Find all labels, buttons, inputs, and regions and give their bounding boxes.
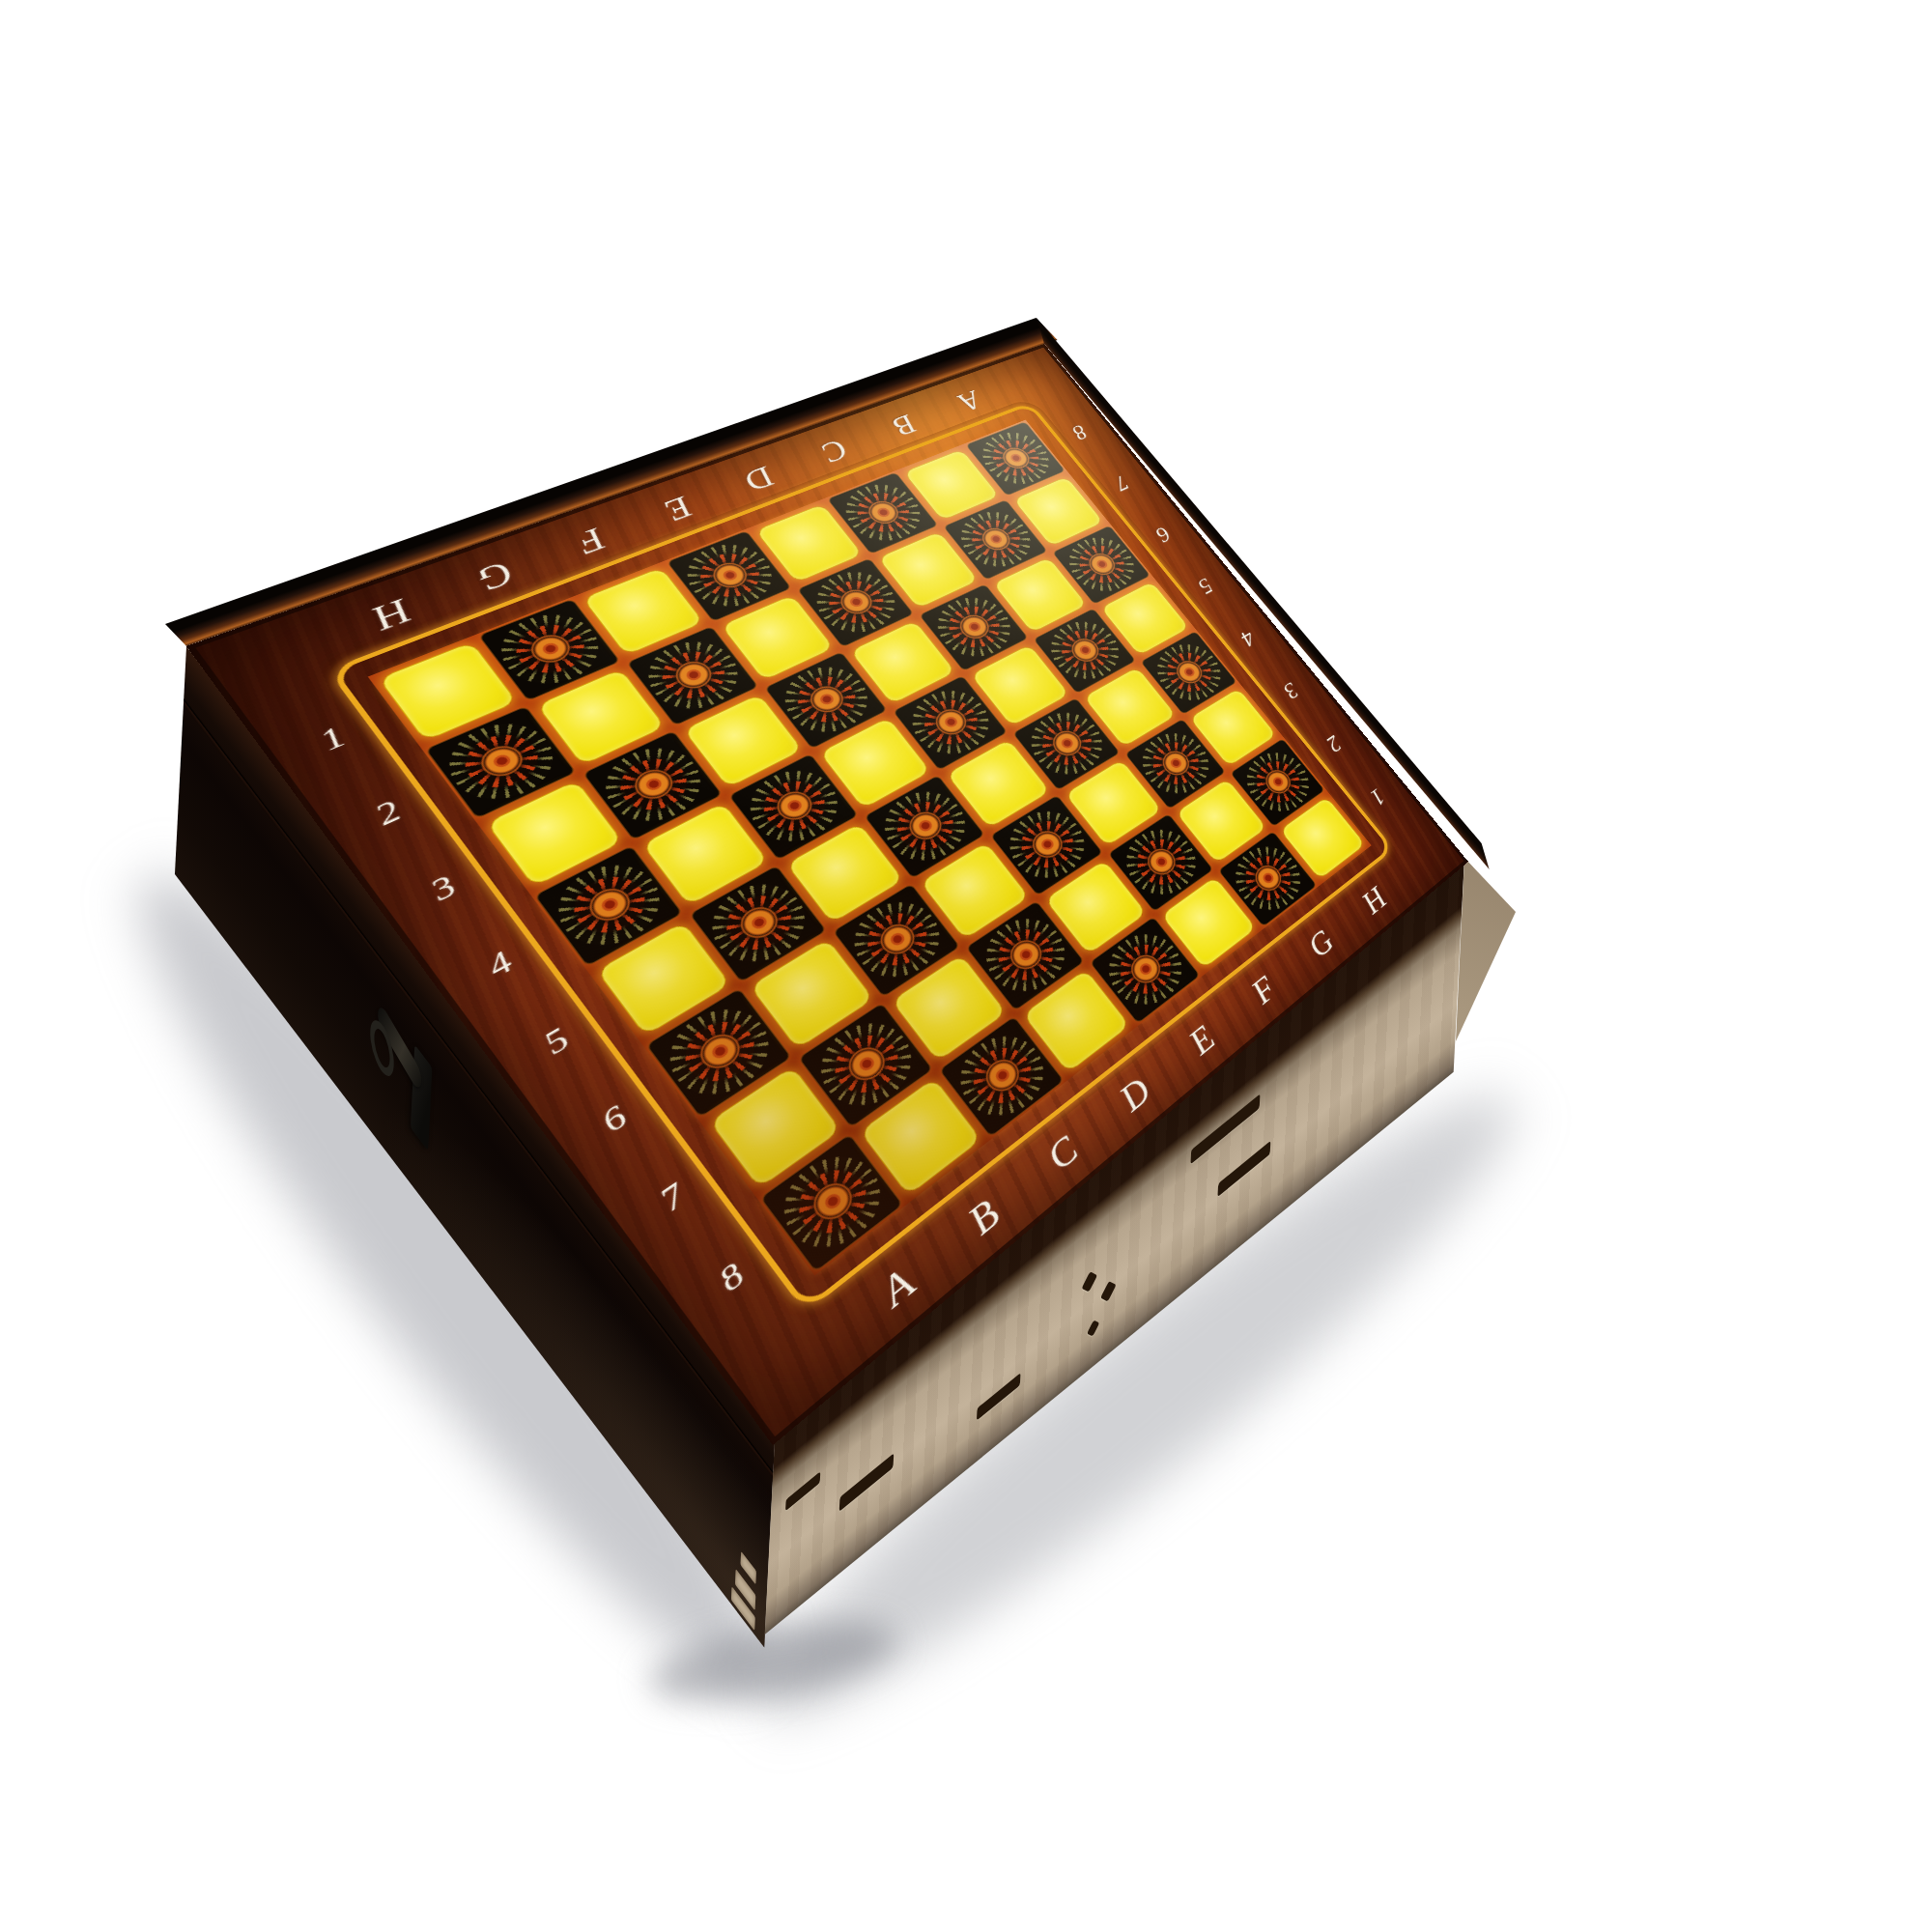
rank-label-left-8: 8 [711, 1255, 752, 1298]
rank-label-left-1: 1 [312, 720, 354, 756]
vent-slot [1217, 1141, 1270, 1197]
vent-slot [839, 1453, 895, 1512]
vent-slot [1190, 1094, 1260, 1164]
rank-label-right-4: 4 [1236, 625, 1261, 650]
file-label-top-E: E [656, 490, 700, 527]
file-label-top-D: D [736, 461, 782, 497]
rank-label-left-3: 3 [422, 868, 463, 907]
rank-label-left-4: 4 [479, 944, 520, 983]
file-label-bottom-H: H [1355, 881, 1393, 921]
file-label-top-H: H [362, 592, 421, 639]
file-label-bottom-A: A [871, 1260, 923, 1316]
rank-label-right-7: 7 [1108, 471, 1134, 496]
rank-label-left-7: 7 [652, 1176, 693, 1218]
file-label-top-G: G [468, 554, 523, 598]
rank-label-right-2: 2 [1321, 730, 1347, 756]
rank-label-right-8: 8 [1066, 420, 1093, 443]
rank-label-right-1: 1 [1365, 783, 1390, 810]
file-label-bottom-D: D [1112, 1070, 1158, 1120]
vent-slot [977, 1373, 1021, 1421]
rank-label-right-3: 3 [1278, 678, 1303, 704]
rank-label-right-5: 5 [1192, 574, 1217, 599]
rank-label-right-6: 6 [1151, 522, 1177, 546]
file-label-bottom-C: C [1038, 1128, 1086, 1179]
rank-label-left-2: 2 [367, 794, 408, 832]
file-label-top-C: C [813, 434, 856, 469]
diamond-hole [1100, 1281, 1116, 1301]
rank-label-left-6: 6 [593, 1097, 634, 1139]
file-label-bottom-B: B [959, 1191, 1008, 1244]
file-label-top-B: B [886, 409, 924, 441]
diamond-hole [1087, 1321, 1099, 1337]
diamond-hole [1082, 1271, 1097, 1292]
file-label-top-A: A [952, 385, 988, 416]
rank-label-left-5: 5 [536, 1020, 577, 1061]
file-label-bottom-G: G [1301, 923, 1341, 965]
file-label-top-F: F [567, 522, 614, 561]
file-label-bottom-F: F [1244, 969, 1283, 1011]
file-label-bottom-E: E [1181, 1018, 1222, 1063]
vent-slot [785, 1471, 820, 1511]
product-photo: 1234567887654321ABCDEFGHHGFEDCBA [0, 0, 1932, 1932]
